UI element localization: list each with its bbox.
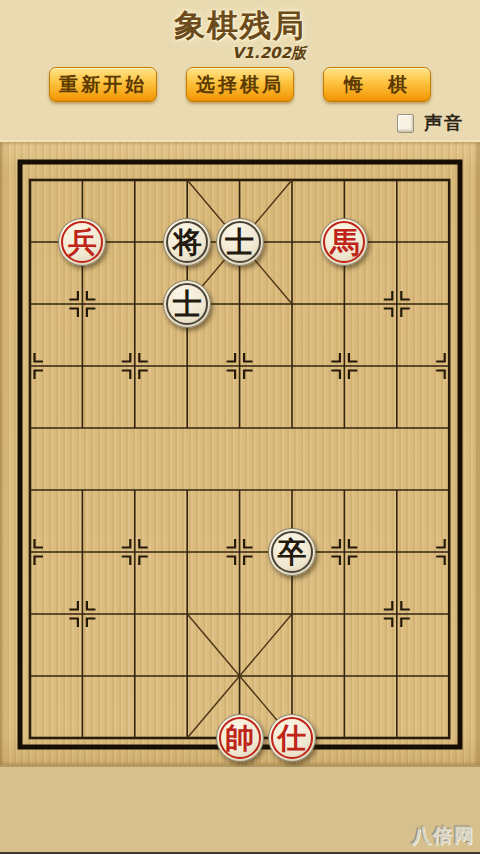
watermark: 八倍网 bbox=[412, 823, 475, 849]
piece-red-advisor[interactable]: 仕 bbox=[268, 714, 316, 762]
sound-checkbox[interactable] bbox=[397, 114, 414, 133]
board-panel: 兵将士馬士卒帥仕 bbox=[0, 140, 480, 767]
toolbar: 重新开始 选择棋局 悔 棋 bbox=[0, 67, 480, 102]
piece-black-general[interactable]: 将 bbox=[163, 218, 211, 266]
undo-button[interactable]: 悔 棋 bbox=[323, 67, 431, 102]
piece-glyph: 帥 bbox=[225, 716, 254, 760]
restart-button[interactable]: 重新开始 bbox=[49, 67, 157, 102]
piece-glyph: 馬 bbox=[330, 220, 359, 264]
piece-glyph: 将 bbox=[173, 220, 202, 264]
piece-black-advisor[interactable]: 士 bbox=[163, 280, 211, 328]
header: 象棋残局 V1.202版 重新开始 选择棋局 悔 棋 声音 bbox=[0, 0, 480, 140]
select-game-button[interactable]: 选择棋局 bbox=[186, 67, 294, 102]
piece-black-soldier[interactable]: 卒 bbox=[268, 528, 316, 576]
footer: 八倍网 bbox=[0, 767, 480, 854]
page-title: 象棋残局 bbox=[174, 5, 306, 47]
title-block: 象棋残局 V1.202版 bbox=[0, 5, 480, 63]
piece-glyph: 卒 bbox=[278, 530, 307, 574]
piece-glyph: 士 bbox=[225, 220, 254, 264]
piece-black-advisor[interactable]: 士 bbox=[216, 218, 264, 266]
piece-glyph: 兵 bbox=[68, 220, 97, 264]
piece-glyph: 士 bbox=[173, 282, 202, 326]
app-window: 象棋残局 V1.202版 重新开始 选择棋局 悔 棋 声音 兵将士馬士卒帥仕 八… bbox=[0, 0, 480, 854]
piece-red-general[interactable]: 帥 bbox=[216, 714, 264, 762]
piece-glyph: 仕 bbox=[278, 716, 307, 760]
sound-label: 声音 bbox=[424, 111, 464, 135]
sound-toggle-row: 声音 bbox=[397, 111, 464, 135]
